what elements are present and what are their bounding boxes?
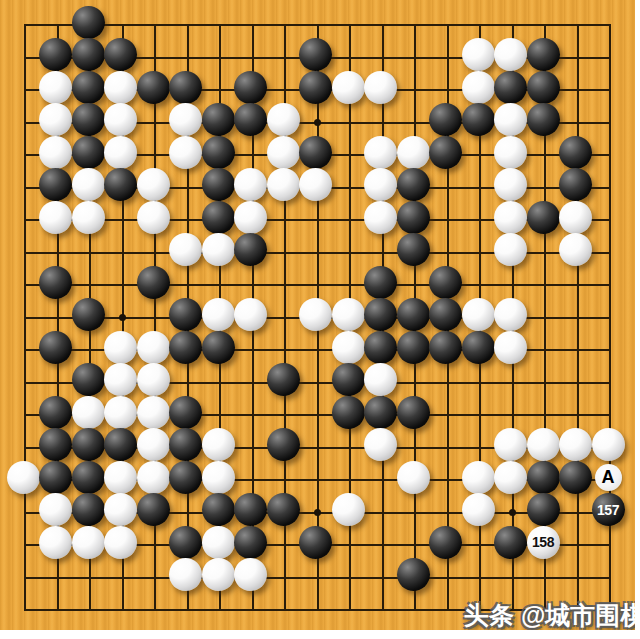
- black-stone: [494, 71, 527, 104]
- black-stone: [364, 298, 397, 331]
- white-stone: [494, 461, 527, 494]
- star-point: [314, 119, 321, 126]
- black-stone: [72, 298, 105, 331]
- white-stone: [104, 493, 137, 526]
- white-stone: [397, 136, 430, 169]
- black-stone: [299, 526, 332, 559]
- white-stone: [39, 201, 72, 234]
- black-stone: [527, 103, 560, 136]
- white-stone: [364, 168, 397, 201]
- white-stone: [104, 363, 137, 396]
- black-stone: [332, 396, 365, 429]
- white-stone: [169, 558, 202, 591]
- white-stone: [104, 136, 137, 169]
- white-stone: [104, 461, 137, 494]
- white-stone: [104, 526, 137, 559]
- star-point: [314, 509, 321, 516]
- white-stone: [494, 168, 527, 201]
- white-stone: [169, 103, 202, 136]
- black-stone: [527, 38, 560, 71]
- white-stone: [169, 136, 202, 169]
- black-stone: [72, 428, 105, 461]
- white-stone: [332, 493, 365, 526]
- white-stone: [104, 71, 137, 104]
- star-point: [119, 314, 126, 321]
- black-stone: [364, 396, 397, 429]
- black-stone: [494, 526, 527, 559]
- black-stone: [397, 396, 430, 429]
- white-stone: [332, 331, 365, 364]
- black-stone: [137, 493, 170, 526]
- black-stone: [267, 428, 300, 461]
- black-stone: [202, 168, 235, 201]
- white-stone: [364, 71, 397, 104]
- white-stone: [137, 363, 170, 396]
- white-stone: [462, 493, 495, 526]
- black-stone: [104, 38, 137, 71]
- black-stone: [397, 233, 430, 266]
- white-stone: [39, 493, 72, 526]
- black-stone: [332, 363, 365, 396]
- star-point: [509, 509, 516, 516]
- move-number-label-157: 157: [597, 503, 619, 517]
- white-stone: [364, 428, 397, 461]
- white-stone: [202, 461, 235, 494]
- black-stone: [397, 201, 430, 234]
- black-stone: [202, 201, 235, 234]
- white-stone: [39, 103, 72, 136]
- white-stone: [494, 298, 527, 331]
- white-stone: [462, 71, 495, 104]
- black-stone: [462, 331, 495, 364]
- black-stone: [39, 461, 72, 494]
- black-stone: [169, 298, 202, 331]
- black-stone: [559, 136, 592, 169]
- grid-line-horizontal: [24, 577, 611, 579]
- black-stone: [364, 266, 397, 299]
- black-stone: [72, 71, 105, 104]
- black-stone: [104, 428, 137, 461]
- go-board: 157158A: [0, 0, 635, 630]
- white-stone: [299, 298, 332, 331]
- white-stone: [137, 168, 170, 201]
- black-stone: [267, 363, 300, 396]
- white-stone: [234, 558, 267, 591]
- white-stone: [332, 298, 365, 331]
- black-stone: [559, 168, 592, 201]
- white-stone: [202, 298, 235, 331]
- white-stone: [332, 71, 365, 104]
- white-stone: [267, 103, 300, 136]
- black-stone: [137, 266, 170, 299]
- page-margin-right: [635, 0, 640, 639]
- black-stone: [429, 136, 462, 169]
- white-stone: [462, 38, 495, 71]
- white-stone: [39, 526, 72, 559]
- white-stone: [202, 428, 235, 461]
- white-stone: [527, 428, 560, 461]
- white-stone: [494, 201, 527, 234]
- black-stone: [234, 526, 267, 559]
- white-stone: [364, 363, 397, 396]
- black-stone: [72, 136, 105, 169]
- black-stone: [397, 331, 430, 364]
- black-stone: [72, 461, 105, 494]
- black-stone: [169, 428, 202, 461]
- black-stone: [202, 493, 235, 526]
- black-stone: [72, 363, 105, 396]
- black-stone: [234, 103, 267, 136]
- black-stone: [234, 71, 267, 104]
- white-stone: [137, 461, 170, 494]
- white-stone: [494, 103, 527, 136]
- black-stone: [72, 493, 105, 526]
- black-stone: [202, 136, 235, 169]
- move-number-label-158: 158: [532, 535, 554, 549]
- white-stone: [462, 298, 495, 331]
- black-stone: [429, 526, 462, 559]
- white-stone: [494, 331, 527, 364]
- black-stone: [169, 331, 202, 364]
- black-stone: [72, 6, 105, 39]
- white-stone: 158: [527, 526, 560, 559]
- white-stone: [202, 558, 235, 591]
- black-stone: [429, 298, 462, 331]
- black-stone: [299, 71, 332, 104]
- white-stone: [364, 201, 397, 234]
- black-stone: [527, 201, 560, 234]
- white-stone: [39, 71, 72, 104]
- white-stone: [267, 168, 300, 201]
- black-stone: [39, 38, 72, 71]
- white-stone: [364, 136, 397, 169]
- black-stone: [169, 526, 202, 559]
- black-stone: [267, 493, 300, 526]
- white-stone: [462, 461, 495, 494]
- point-label-A: A: [595, 464, 622, 491]
- white-stone: [72, 526, 105, 559]
- white-stone: [234, 201, 267, 234]
- black-stone: [397, 168, 430, 201]
- white-stone: [137, 331, 170, 364]
- white-stone: [72, 396, 105, 429]
- white-stone: [137, 428, 170, 461]
- white-stone: [234, 168, 267, 201]
- black-stone: [429, 331, 462, 364]
- white-stone: [397, 461, 430, 494]
- black-stone: [104, 168, 137, 201]
- white-stone: [137, 201, 170, 234]
- black-stone: [527, 71, 560, 104]
- white-stone: [559, 428, 592, 461]
- white-stone: [494, 428, 527, 461]
- black-stone: [234, 233, 267, 266]
- black-stone: [234, 493, 267, 526]
- black-stone: [169, 461, 202, 494]
- black-stone: [527, 461, 560, 494]
- black-stone: [397, 298, 430, 331]
- white-stone: [559, 201, 592, 234]
- black-stone: [169, 71, 202, 104]
- black-stone: [202, 331, 235, 364]
- watermark-text: 头条 @城市围棋联赛: [464, 599, 640, 632]
- white-stone: [104, 396, 137, 429]
- black-stone: [462, 103, 495, 136]
- black-stone: [429, 266, 462, 299]
- white-stone: [72, 201, 105, 234]
- black-stone: [364, 331, 397, 364]
- black-stone: [72, 103, 105, 136]
- black-stone: [202, 103, 235, 136]
- black-stone: [397, 558, 430, 591]
- white-stone: [7, 461, 40, 494]
- page-margin-bottom: [0, 630, 640, 639]
- white-stone: [592, 428, 625, 461]
- black-stone: [169, 396, 202, 429]
- white-stone: [234, 298, 267, 331]
- black-stone: [39, 428, 72, 461]
- white-stone: [169, 233, 202, 266]
- black-stone: [299, 136, 332, 169]
- white-stone: [39, 136, 72, 169]
- white-stone: [494, 233, 527, 266]
- black-stone: [527, 493, 560, 526]
- white-stone: [299, 168, 332, 201]
- white-stone: [137, 396, 170, 429]
- black-stone: 157: [592, 493, 625, 526]
- black-stone: [559, 461, 592, 494]
- grid-line-vertical: [577, 24, 579, 611]
- black-stone: [137, 71, 170, 104]
- black-stone: [39, 266, 72, 299]
- black-stone: [39, 331, 72, 364]
- black-stone: [429, 103, 462, 136]
- black-stone: [39, 168, 72, 201]
- white-stone: [494, 136, 527, 169]
- white-stone: [559, 233, 592, 266]
- white-stone: [72, 168, 105, 201]
- white-stone: [267, 136, 300, 169]
- white-stone: [104, 331, 137, 364]
- white-stone: [202, 233, 235, 266]
- black-stone: [39, 396, 72, 429]
- black-stone: [299, 38, 332, 71]
- white-stone: [202, 526, 235, 559]
- white-stone: [494, 38, 527, 71]
- white-stone: [104, 103, 137, 136]
- black-stone: [72, 38, 105, 71]
